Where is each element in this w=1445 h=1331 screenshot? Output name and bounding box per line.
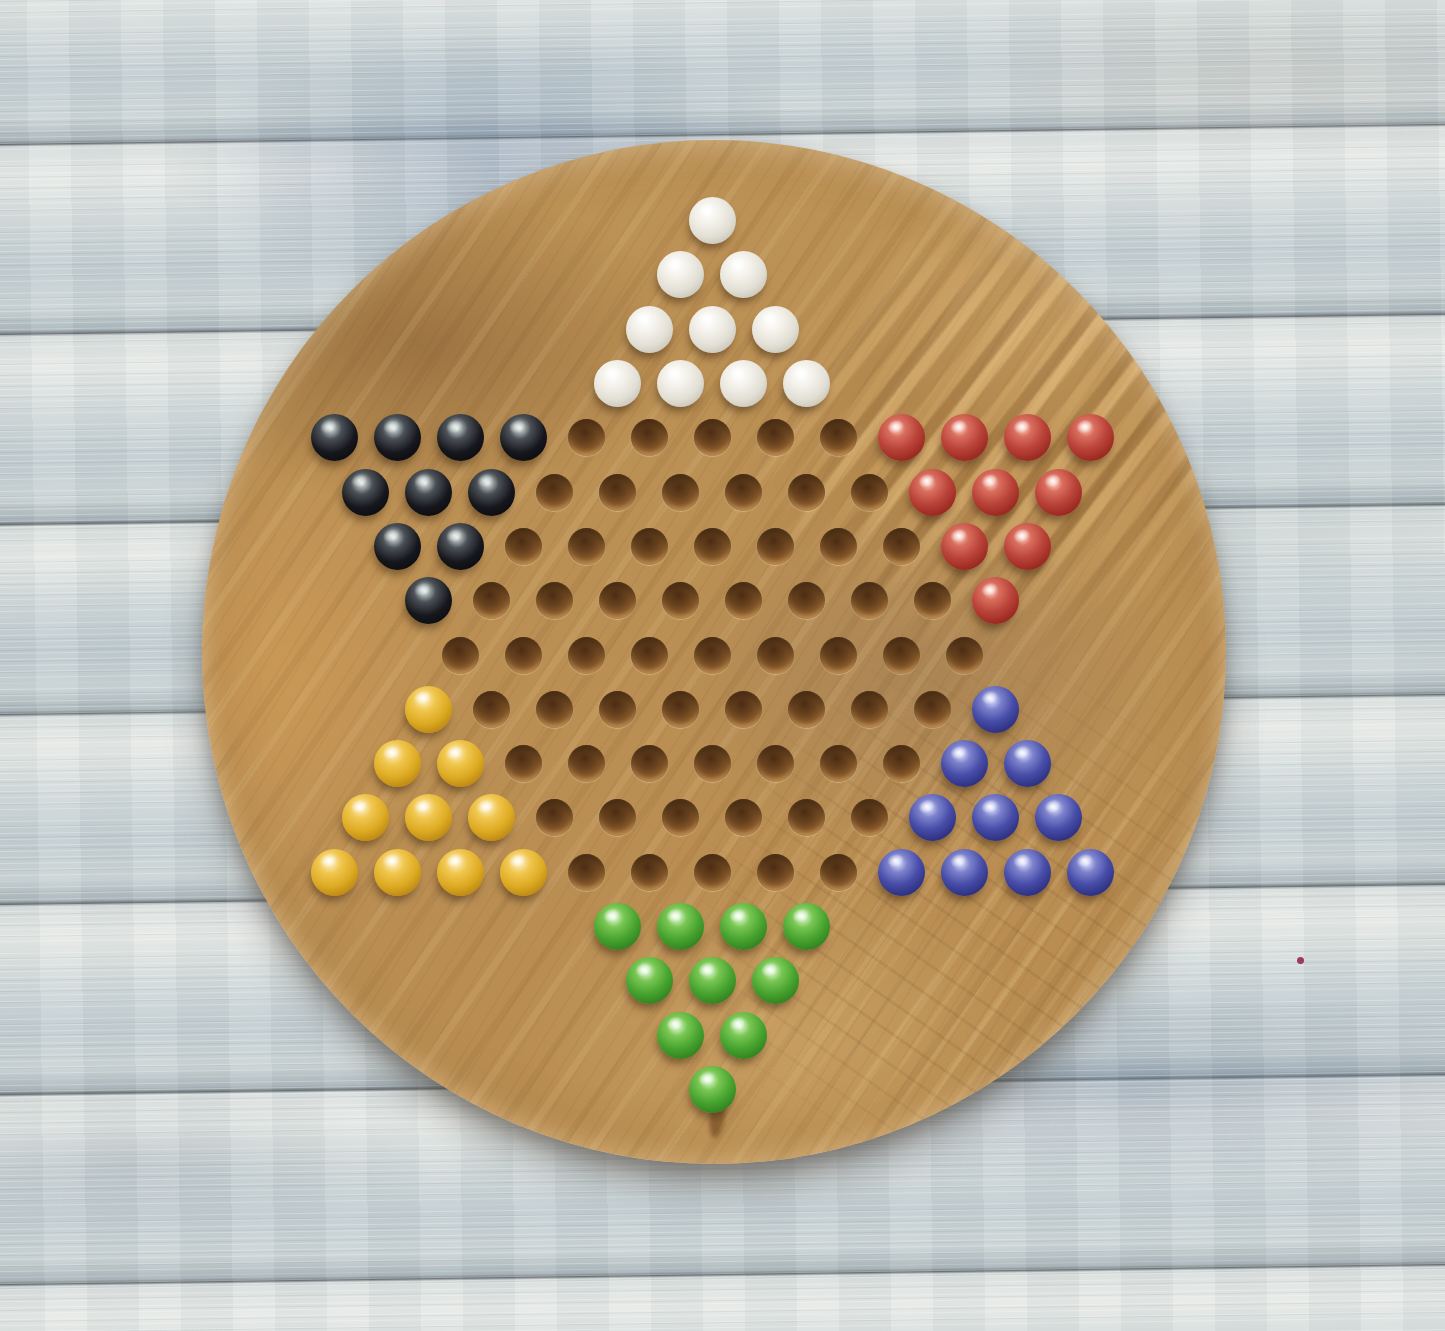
hole-r5c8[interactable] bbox=[757, 419, 794, 456]
marble-green-r15c3[interactable] bbox=[752, 957, 799, 1004]
marble-black-r7c1[interactable] bbox=[374, 523, 421, 570]
marble-green-r15c1[interactable] bbox=[626, 957, 673, 1004]
hole-r8c3[interactable] bbox=[536, 582, 573, 619]
hole-r6c4[interactable] bbox=[536, 474, 573, 511]
marble-white-r4c3[interactable] bbox=[720, 360, 767, 407]
marble-blue-r11c10[interactable] bbox=[941, 740, 988, 787]
hole-r11c5[interactable] bbox=[631, 745, 668, 782]
marble-white-r3c2[interactable] bbox=[689, 306, 736, 353]
marble-red-r5c10[interactable] bbox=[878, 414, 925, 461]
marble-black-r5c4[interactable] bbox=[500, 414, 547, 461]
hole-r9c2[interactable] bbox=[505, 637, 542, 674]
hole-r7c8[interactable] bbox=[820, 528, 857, 565]
hole-r10c9[interactable] bbox=[914, 691, 951, 728]
marble-red-r6c12[interactable] bbox=[1035, 469, 1082, 516]
hole-r5c9[interactable] bbox=[820, 419, 857, 456]
marble-red-r7c10[interactable] bbox=[941, 523, 988, 570]
marble-red-r6c11[interactable] bbox=[972, 469, 1019, 516]
hole-r13c7[interactable] bbox=[694, 854, 731, 891]
scene bbox=[0, 0, 1445, 1331]
marble-black-r6c3[interactable] bbox=[468, 469, 515, 516]
marble-black-r6c1[interactable] bbox=[342, 469, 389, 516]
hole-r6c6[interactable] bbox=[662, 474, 699, 511]
marble-green-r14c2[interactable] bbox=[657, 903, 704, 950]
pink-speck bbox=[1297, 957, 1304, 964]
hole-r9c5[interactable] bbox=[694, 637, 731, 674]
marble-green-r17c1[interactable] bbox=[689, 1066, 736, 1113]
marble-yellow-r13c1[interactable] bbox=[311, 849, 358, 896]
marble-yellow-r11c1[interactable] bbox=[374, 740, 421, 787]
marble-white-r4c2[interactable] bbox=[657, 360, 704, 407]
hole-r8c8[interactable] bbox=[851, 582, 888, 619]
hole-r10c2[interactable] bbox=[473, 691, 510, 728]
hole-r10c6[interactable] bbox=[725, 691, 762, 728]
marble-white-r4c4[interactable] bbox=[783, 360, 830, 407]
marble-black-r8c1[interactable] bbox=[405, 577, 452, 624]
hole-r11c9[interactable] bbox=[883, 745, 920, 782]
marble-red-r5c11[interactable] bbox=[941, 414, 988, 461]
marble-green-r15c2[interactable] bbox=[689, 957, 736, 1004]
chinese-checkers-board bbox=[202, 140, 1226, 1164]
hole-r13c9[interactable] bbox=[820, 854, 857, 891]
marble-blue-r13c13[interactable] bbox=[1067, 849, 1114, 896]
marble-black-r7c2[interactable] bbox=[437, 523, 484, 570]
hole-r13c6[interactable] bbox=[631, 854, 668, 891]
hole-r7c6[interactable] bbox=[694, 528, 731, 565]
marble-green-r14c4[interactable] bbox=[783, 903, 830, 950]
marble-white-r4c1[interactable] bbox=[594, 360, 641, 407]
hole-r11c7[interactable] bbox=[757, 745, 794, 782]
marble-red-r5c12[interactable] bbox=[1004, 414, 1051, 461]
marble-yellow-r11c2[interactable] bbox=[437, 740, 484, 787]
hole-r8c5[interactable] bbox=[662, 582, 699, 619]
hole-r11c8[interactable] bbox=[820, 745, 857, 782]
hole-r9c1[interactable] bbox=[442, 637, 479, 674]
hole-r10c8[interactable] bbox=[851, 691, 888, 728]
marble-blue-r13c12[interactable] bbox=[1004, 849, 1051, 896]
hole-r10c7[interactable] bbox=[788, 691, 825, 728]
hole-r8c4[interactable] bbox=[599, 582, 636, 619]
marble-yellow-r13c2[interactable] bbox=[374, 849, 421, 896]
hole-r6c8[interactable] bbox=[788, 474, 825, 511]
marble-white-r1c1[interactable] bbox=[689, 197, 736, 244]
marble-blue-r13c11[interactable] bbox=[941, 849, 988, 896]
marble-black-r5c3[interactable] bbox=[437, 414, 484, 461]
hole-r9c8[interactable] bbox=[883, 637, 920, 674]
marble-black-r5c1[interactable] bbox=[311, 414, 358, 461]
hole-r10c3[interactable] bbox=[536, 691, 573, 728]
marble-green-r14c3[interactable] bbox=[720, 903, 767, 950]
hole-r11c4[interactable] bbox=[568, 745, 605, 782]
hole-r6c7[interactable] bbox=[725, 474, 762, 511]
marble-red-r7c11[interactable] bbox=[1004, 523, 1051, 570]
hole-r6c5[interactable] bbox=[599, 474, 636, 511]
hole-r6c9[interactable] bbox=[851, 474, 888, 511]
hole-r7c4[interactable] bbox=[568, 528, 605, 565]
marble-black-r6c2[interactable] bbox=[405, 469, 452, 516]
marble-blue-r13c10[interactable] bbox=[878, 849, 925, 896]
hole-r8c6[interactable] bbox=[725, 582, 762, 619]
marble-red-r6c10[interactable] bbox=[909, 469, 956, 516]
hole-r7c7[interactable] bbox=[757, 528, 794, 565]
hole-r9c3[interactable] bbox=[568, 637, 605, 674]
hole-r9c7[interactable] bbox=[820, 637, 857, 674]
marble-red-r8c10[interactable] bbox=[972, 577, 1019, 624]
hole-r5c7[interactable] bbox=[694, 419, 731, 456]
marble-green-r16c1[interactable] bbox=[657, 1012, 704, 1059]
hole-r10c4[interactable] bbox=[599, 691, 636, 728]
hole-r7c5[interactable] bbox=[631, 528, 668, 565]
hole-r5c5[interactable] bbox=[568, 419, 605, 456]
hole-r9c6[interactable] bbox=[757, 637, 794, 674]
hole-r11c3[interactable] bbox=[505, 745, 542, 782]
hole-r11c6[interactable] bbox=[694, 745, 731, 782]
hole-r8c7[interactable] bbox=[788, 582, 825, 619]
hole-r9c4[interactable] bbox=[631, 637, 668, 674]
marble-white-r3c1[interactable] bbox=[626, 306, 673, 353]
hole-r7c3[interactable] bbox=[505, 528, 542, 565]
marble-blue-r10c10[interactable] bbox=[972, 686, 1019, 733]
marble-red-r5c13[interactable] bbox=[1067, 414, 1114, 461]
hole-r10c5[interactable] bbox=[662, 691, 699, 728]
marble-yellow-r10c1[interactable] bbox=[405, 686, 452, 733]
hole-r8c9[interactable] bbox=[914, 582, 951, 619]
hole-r13c8[interactable] bbox=[757, 854, 794, 891]
hole-r13c5[interactable] bbox=[568, 854, 605, 891]
marble-black-r5c2[interactable] bbox=[374, 414, 421, 461]
marble-green-r14c1[interactable] bbox=[594, 903, 641, 950]
hole-r8c2[interactable] bbox=[473, 582, 510, 619]
hole-r5c6[interactable] bbox=[631, 419, 668, 456]
marble-yellow-r13c4[interactable] bbox=[500, 849, 547, 896]
marble-blue-r11c11[interactable] bbox=[1004, 740, 1051, 787]
marble-yellow-r13c3[interactable] bbox=[437, 849, 484, 896]
hole-r7c9[interactable] bbox=[883, 528, 920, 565]
hole-r9c9[interactable] bbox=[946, 637, 983, 674]
marble-white-r3c3[interactable] bbox=[752, 306, 799, 353]
marble-green-r16c2[interactable] bbox=[720, 1012, 767, 1059]
